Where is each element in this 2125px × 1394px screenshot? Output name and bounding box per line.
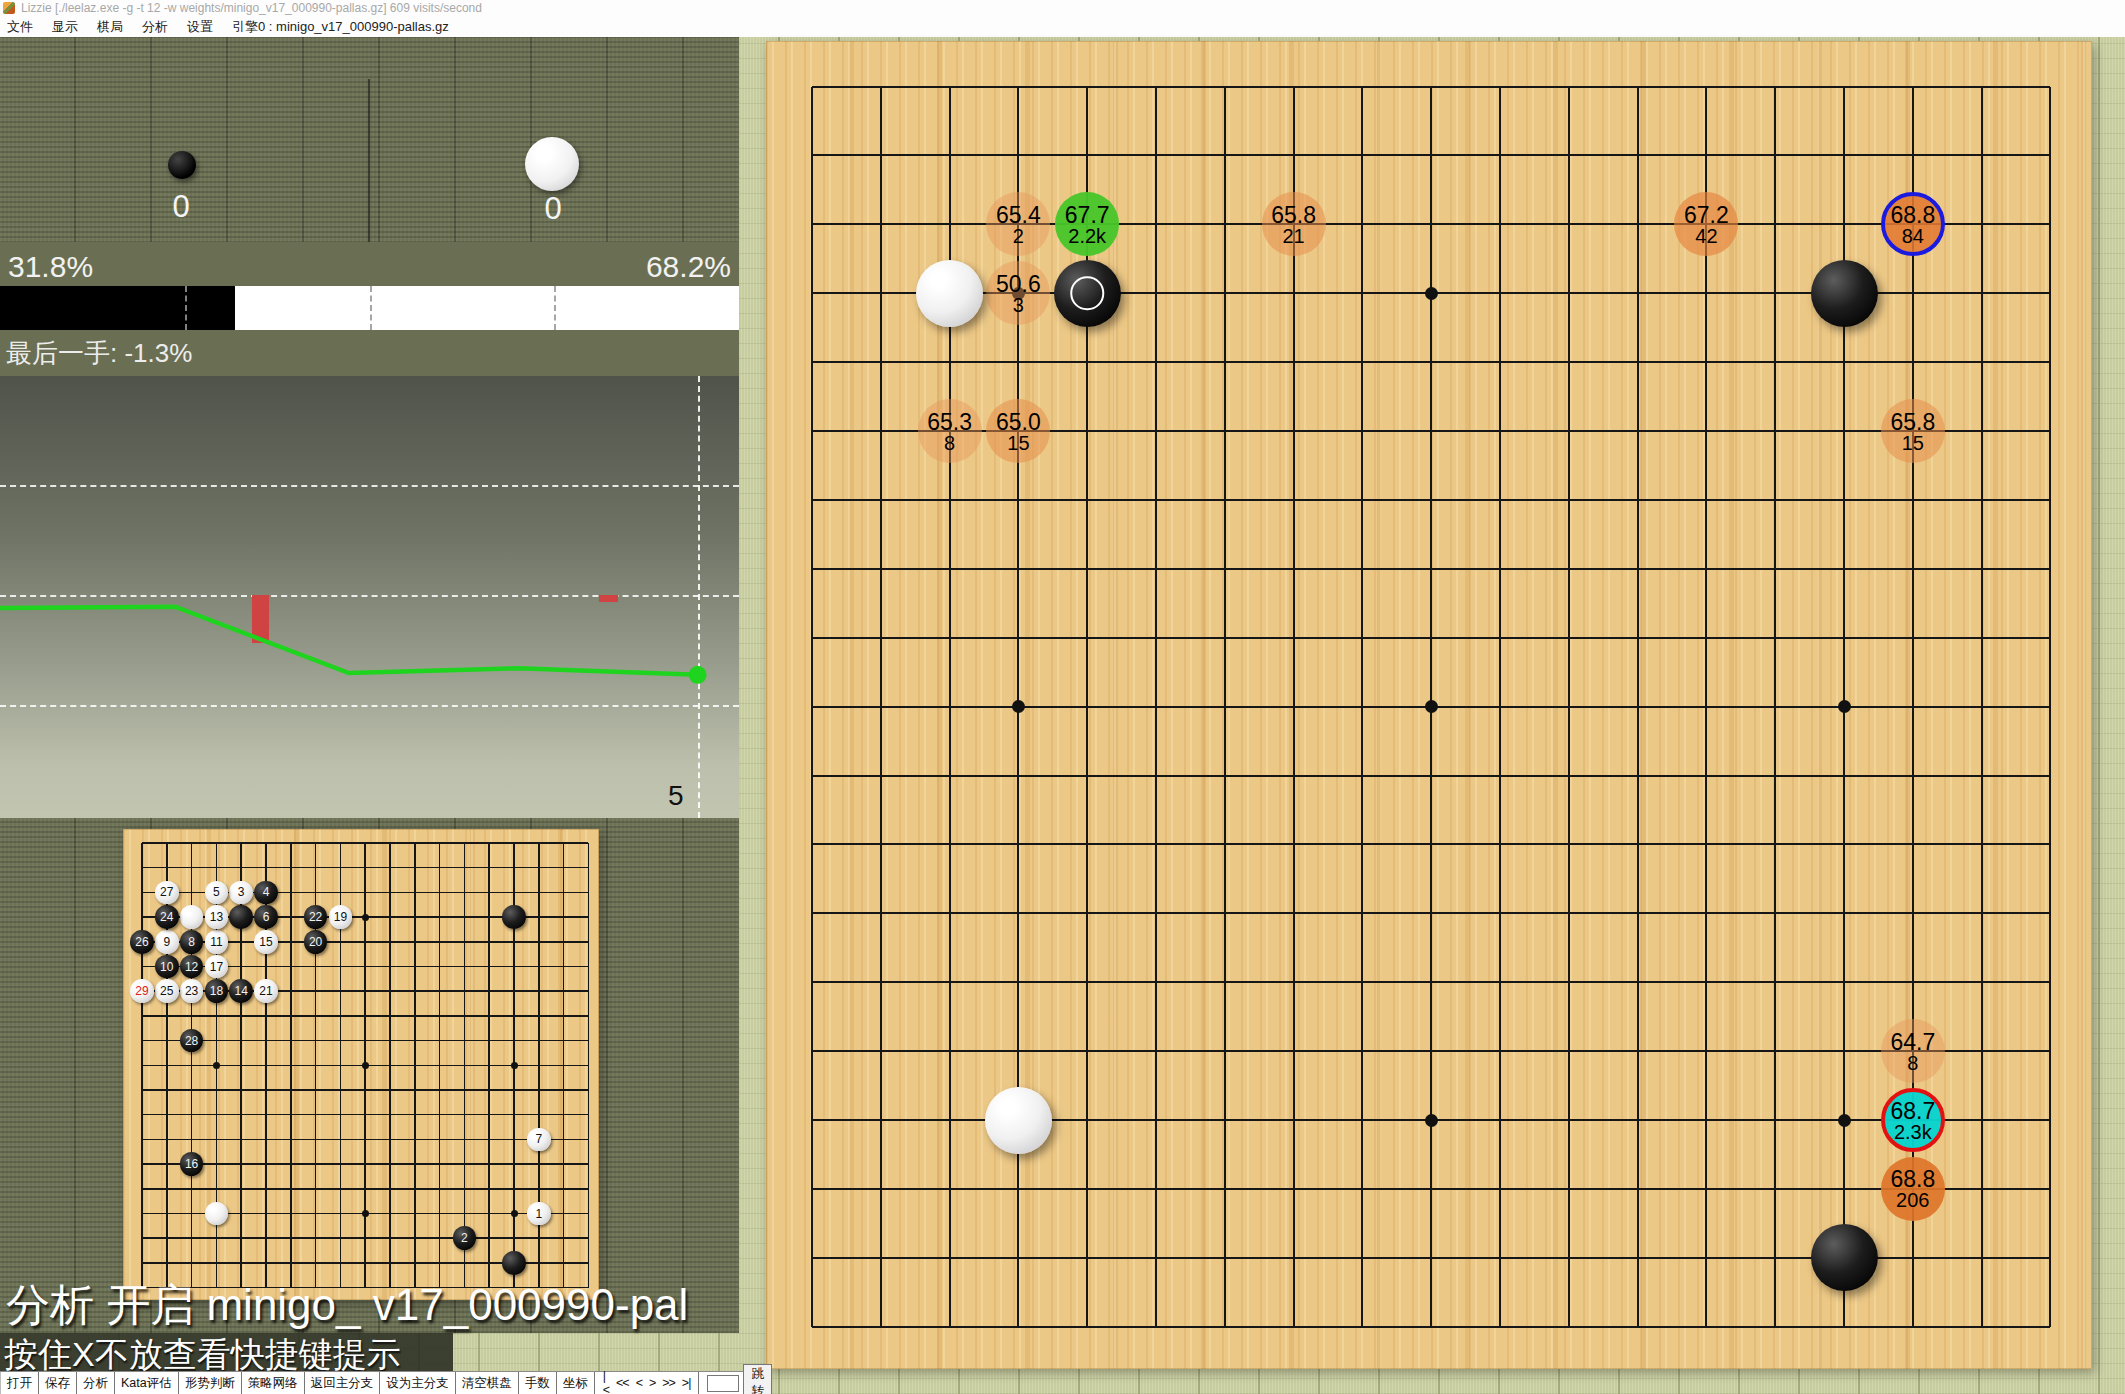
lizzie-app-icon — [3, 2, 15, 14]
white-winrate-label: 68.2% — [646, 250, 731, 284]
toolbar-button-11[interactable]: 坐标 — [557, 1372, 595, 1394]
candidate-move-D16[interactable]: 50.63 — [986, 261, 1050, 325]
move-number-label: 27 — [160, 885, 173, 899]
candidate-move-R4[interactable]: 68.72.3k — [1881, 1088, 1945, 1152]
star-point — [1425, 287, 1438, 300]
star-point — [511, 1210, 518, 1217]
candidate-move-C14[interactable]: 65.38 — [918, 399, 982, 463]
candidate-visits: 84 — [1902, 227, 1924, 246]
grid-line — [1568, 87, 1570, 1327]
toolbar-button-4[interactable]: Kata评估 — [115, 1372, 179, 1394]
candidate-move-R5[interactable]: 64.78 — [1881, 1019, 1945, 1083]
candidate-winrate: 67.7 — [1065, 203, 1110, 227]
move-number-label: 1 — [535, 1207, 542, 1221]
menu-item-4[interactable]: 分析 — [142, 18, 168, 36]
hotkey-hint-text: 按住X不放查看快捷键提示 — [4, 1334, 401, 1374]
grid-line — [812, 1188, 2050, 1190]
move-number-label: 23 — [185, 984, 198, 998]
toolbar-button-5[interactable]: 形势判断 — [179, 1372, 242, 1394]
white-stone-D16: 13 — [205, 905, 229, 929]
move-number-label: 5 — [213, 885, 220, 899]
star-point — [362, 1210, 369, 1217]
toolbar-button-6[interactable]: 策略网络 — [242, 1372, 305, 1394]
black-stone-C6: 16 — [180, 1152, 204, 1176]
move-number-label: 19 — [334, 910, 347, 924]
black-stone-Q2 — [1811, 1224, 1878, 1291]
nav-button-first[interactable]: |< — [603, 1369, 609, 1394]
white-stone-A13: 29 — [130, 979, 154, 1003]
black-stone-F16: 6 — [254, 905, 278, 929]
grid-line — [439, 843, 441, 1288]
candidate-move-D14[interactable]: 65.015 — [986, 399, 1050, 463]
toolbar-button-2[interactable]: 保存 — [39, 1372, 77, 1394]
grid-line — [142, 1163, 588, 1165]
candidate-move-R3[interactable]: 68.8206 — [1881, 1157, 1945, 1221]
black-stone-E13: 14 — [229, 979, 253, 1003]
grid-line — [142, 1188, 588, 1190]
move-number-label: 15 — [259, 935, 272, 949]
star-point — [1838, 1114, 1851, 1127]
grid-line — [812, 775, 2050, 777]
candidate-winrate: 50.6 — [996, 272, 1041, 296]
move-number-label: 25 — [160, 984, 173, 998]
last-move-delta: 最后一手: -1.3% — [6, 336, 192, 371]
nav-button-next10[interactable]: >> — [662, 1376, 675, 1390]
candidate-move-D17[interactable]: 65.42 — [986, 192, 1050, 256]
grid-line — [2049, 87, 2051, 1327]
candidate-move-R17[interactable]: 68.884 — [1881, 192, 1945, 256]
candidate-winrate: 65.0 — [996, 410, 1041, 434]
toolbar-button-9[interactable]: 清空棋盘 — [456, 1372, 519, 1394]
star-point — [1012, 700, 1025, 713]
black-stone-H15: 20 — [304, 930, 328, 954]
candidate-winrate: 65.8 — [1271, 203, 1316, 227]
black-stone-B16: 24 — [155, 905, 179, 929]
black-stone-O3: 2 — [453, 1226, 477, 1250]
black-stone-H16: 22 — [304, 905, 328, 929]
graph-move-number: 5 — [668, 780, 684, 812]
move-number-label: 11 — [210, 935, 222, 949]
star-point — [362, 914, 369, 921]
white-capture-stone-icon — [525, 137, 579, 191]
black-stone-Q2 — [502, 1251, 526, 1275]
move-number-label: 17 — [210, 960, 223, 974]
nav-button-prev10[interactable]: << — [616, 1376, 629, 1390]
move-number-label: 22 — [309, 910, 322, 924]
grid-line — [389, 843, 391, 1288]
black-stone-C11: 28 — [180, 1029, 204, 1053]
grid-line — [1705, 87, 1707, 1327]
toolbar-button-8[interactable]: 设为主分支 — [380, 1372, 456, 1394]
winrate-bar-black — [0, 286, 235, 330]
grid-line — [142, 1139, 588, 1141]
move-number-label: 26 — [135, 935, 148, 949]
move-number-label: 13 — [210, 910, 223, 924]
white-stone-C13: 23 — [180, 979, 204, 1003]
winrate-graph[interactable]: 5 — [0, 376, 739, 818]
grid-line — [488, 843, 490, 1288]
move-number-label: 3 — [238, 885, 245, 899]
move-number-label: 10 — [160, 960, 173, 974]
star-point — [213, 1062, 220, 1069]
move-number-label: 14 — [235, 984, 248, 998]
grid-line — [414, 843, 416, 1288]
black-capture-count: 0 — [151, 189, 211, 225]
black-stone-Q16 — [1811, 260, 1878, 327]
window-title: Lizzie [./leelaz.exe -g -t 12 -w weights… — [21, 1, 482, 15]
capture-divider — [368, 79, 370, 242]
winrate-line — [0, 376, 739, 818]
toolbar-button-10[interactable]: 手数 — [519, 1372, 557, 1394]
grid-line — [142, 1237, 588, 1239]
candidate-visits: 15 — [1902, 434, 1924, 453]
white-stone-D4 — [985, 1087, 1052, 1154]
star-point — [1838, 700, 1851, 713]
winrate-bar-tick — [185, 286, 187, 330]
winrate-label-strip: 31.8% 68.2% — [0, 242, 739, 286]
variation-sub-board: 1234567891011121314151617181920212223242… — [123, 829, 599, 1300]
grid-line — [1637, 87, 1639, 1327]
candidate-visits: 2.3k — [1894, 1123, 1932, 1142]
black-stone-C15: 8 — [180, 930, 204, 954]
star-point — [1425, 1114, 1438, 1127]
engine-status-text: 分析 开启 minigo_ v17_000990-pal — [0, 1279, 826, 1331]
move-number-label: 24 — [160, 910, 173, 924]
white-stone-D15: 11 — [205, 930, 229, 954]
menu-bar: 文件显示棋局分析设置引擎0 : minigo_v17_000990-pallas… — [0, 16, 2125, 37]
candidate-visits: 21 — [1282, 227, 1304, 246]
candidate-move-E17[interactable]: 67.72.2k — [1055, 192, 1119, 256]
candidate-move-O17[interactable]: 67.242 — [1674, 192, 1738, 256]
last-move-strip: 最后一手: -1.3% — [0, 330, 739, 376]
grid-line — [1499, 87, 1501, 1327]
white-stone-R7: 7 — [527, 1128, 551, 1152]
white-stone-R4: 1 — [527, 1202, 551, 1226]
white-capture-count: 0 — [523, 191, 583, 227]
black-stone-F17: 4 — [254, 881, 278, 905]
candidate-visits: 8 — [944, 434, 955, 453]
white-stone-D17: 5 — [205, 881, 229, 905]
winrate-bar-tick — [370, 286, 372, 330]
grid-line — [563, 843, 565, 1288]
candidate-winrate: 68.8 — [1890, 203, 1935, 227]
black-stone-D13: 18 — [205, 979, 229, 1003]
toolbar-button-1[interactable]: 打开 — [1, 1372, 39, 1394]
menu-item-6[interactable]: 引擎0 : minigo_v17_000990-pallas.gz — [232, 18, 449, 36]
white-stone-J16: 19 — [329, 905, 353, 929]
toolbar-button-7[interactable]: 返回主分支 — [305, 1372, 381, 1394]
toolbar-button-3[interactable]: 分析 — [77, 1372, 115, 1394]
winrate-bar-tick — [554, 286, 556, 330]
grid-line — [464, 843, 466, 1288]
black-stone-E16 — [229, 905, 253, 929]
move-number-label: 16 — [185, 1157, 198, 1171]
move-number-label: 2 — [461, 1231, 468, 1245]
white-stone-B17: 27 — [155, 881, 179, 905]
white-stone-C16 — [180, 905, 204, 929]
title-bar: Lizzie [./leelaz.exe -g -t 12 -w weights… — [0, 0, 2125, 16]
black-winrate-label: 31.8% — [8, 250, 93, 284]
candidate-winrate: 65.4 — [996, 203, 1041, 227]
star-point — [362, 1062, 369, 1069]
candidate-visits: 2.2k — [1068, 227, 1106, 246]
main-go-board[interactable]: 65.4267.72.2k65.82167.24268.88450.6365.3… — [766, 41, 2092, 1369]
white-stone-F13: 21 — [254, 979, 278, 1003]
move-number-label: 28 — [185, 1034, 198, 1048]
black-capture-stone-icon — [168, 151, 196, 179]
last-move-marker — [1070, 276, 1103, 309]
black-stone-A15: 26 — [130, 930, 154, 954]
candidate-visits: 206 — [1896, 1191, 1929, 1210]
grid-line — [1774, 87, 1776, 1327]
white-stone-D4 — [205, 1202, 229, 1226]
move-number-label: 7 — [535, 1132, 542, 1146]
nav-button-prev[interactable]: < — [636, 1376, 642, 1390]
menu-item-2[interactable]: 显示 — [52, 18, 78, 36]
white-stone-F15: 15 — [254, 930, 278, 954]
jump-move-input[interactable] — [707, 1375, 739, 1392]
grid-line — [142, 1114, 588, 1116]
star-point — [511, 1062, 518, 1069]
candidate-visits: 8 — [1907, 1054, 1918, 1073]
black-stone-Q16 — [502, 905, 526, 929]
grid-line — [812, 1050, 2050, 1052]
candidate-winrate: 68.7 — [1890, 1099, 1935, 1123]
candidate-visits: 2 — [1013, 227, 1024, 246]
white-stone-B15: 9 — [155, 930, 179, 954]
nav-button-last[interactable]: >| — [682, 1376, 691, 1390]
move-number-label: 12 — [185, 960, 198, 974]
move-number-label: 29 — [135, 984, 148, 998]
black-stone-E16 — [1054, 260, 1121, 327]
nav-button-next[interactable]: > — [649, 1376, 655, 1390]
move-number-label: 9 — [163, 935, 170, 949]
star-point — [1425, 700, 1438, 713]
menu-item-1[interactable]: 文件 — [7, 18, 33, 36]
candidate-move-H17[interactable]: 65.821 — [1262, 192, 1326, 256]
grid-line — [1981, 87, 1983, 1327]
candidate-winrate: 65.3 — [927, 410, 972, 434]
black-stone-B14: 10 — [155, 955, 179, 979]
candidate-move-R14[interactable]: 65.815 — [1881, 399, 1945, 463]
grid-line — [812, 981, 2050, 983]
bottom-toolbar: 打开保存分析Kata评估形势判断策略网络返回主分支设为主分支清空棋盘手数坐标 |… — [0, 1371, 767, 1394]
menu-item-5[interactable]: 设置 — [187, 18, 213, 36]
grid-line — [588, 843, 590, 1288]
candidate-visits: 42 — [1695, 227, 1717, 246]
menu-item-3[interactable]: 棋局 — [97, 18, 123, 36]
move-number-label: 8 — [188, 935, 195, 949]
candidate-winrate: 64.7 — [1890, 1030, 1935, 1054]
grid-line — [812, 912, 2050, 914]
white-stone-D14: 17 — [205, 955, 229, 979]
lizzie-window: Lizzie [./leelaz.exe -g -t 12 -w weights… — [0, 0, 2125, 1394]
candidate-visits: 3 — [1013, 296, 1024, 315]
candidate-winrate: 67.2 — [1684, 203, 1729, 227]
grid-line — [142, 1089, 588, 1091]
white-stone-B13: 25 — [155, 979, 179, 1003]
candidate-winrate: 65.8 — [1890, 410, 1935, 434]
move-number-label: 18 — [210, 984, 223, 998]
move-number-label: 21 — [259, 984, 272, 998]
grid-line — [812, 843, 2050, 845]
move-number-label: 4 — [263, 885, 270, 899]
move-number-label: 6 — [263, 910, 270, 924]
analysis-side-panel: 0 0 31.8% 68.2% 最后一手: -1.3% 5 1234567891… — [0, 37, 739, 1333]
winrate-bar — [0, 286, 739, 330]
white-stone-E17: 3 — [229, 881, 253, 905]
white-stone-C16 — [916, 260, 983, 327]
black-stone-C14: 12 — [180, 955, 204, 979]
candidate-visits: 15 — [1007, 434, 1029, 453]
candidate-winrate: 68.8 — [1890, 1167, 1935, 1191]
move-navigation: |<<<<>>>>| — [595, 1372, 700, 1394]
jump-button[interactable]: 跳转 — [743, 1364, 772, 1394]
move-number-label: 20 — [309, 935, 322, 949]
grid-line — [812, 1326, 2050, 1328]
